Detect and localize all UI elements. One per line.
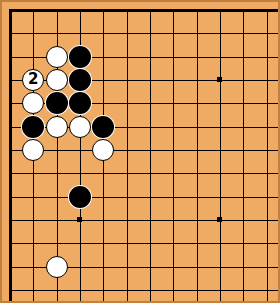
black-stone (46, 92, 68, 114)
white-stone (22, 92, 44, 114)
stones-layer: 2 (0, 0, 278, 302)
star-point (217, 217, 222, 222)
go-board: 2 (0, 0, 280, 303)
black-stone (69, 46, 91, 68)
black-stone (92, 116, 114, 138)
black-stone (69, 69, 91, 91)
white-stone (46, 256, 68, 278)
white-stone (46, 69, 68, 91)
white-stone (46, 116, 68, 138)
star-point (77, 217, 82, 222)
white-stone (69, 116, 91, 138)
black-stone (22, 116, 44, 138)
white-stone-move-2: 2 (22, 69, 44, 91)
move-number-label: 2 (28, 72, 38, 87)
white-stone (22, 139, 44, 161)
star-point (217, 77, 222, 82)
white-stone (92, 139, 114, 161)
white-stone (46, 46, 68, 68)
black-stone (69, 92, 91, 114)
black-stone (69, 186, 91, 208)
